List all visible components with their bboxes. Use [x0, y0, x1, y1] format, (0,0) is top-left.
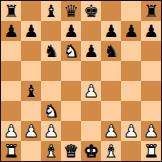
piece-white-rook: ♜	[1, 141, 21, 161]
chess-board-wrapper: ♜♝♛♚♜♟♟♟♟♟♟♞♞♟♞♝♟♞♟♟♟♟♟♟♜♝♛♚♝♜	[0, 0, 162, 162]
piece-black-pawn: ♟	[101, 21, 121, 41]
square-h6[interactable]	[141, 41, 161, 61]
square-h8[interactable]: ♜	[141, 1, 161, 21]
square-f4[interactable]	[101, 81, 121, 101]
piece-white-pawn: ♟	[21, 121, 41, 141]
piece-black-rook: ♜	[1, 1, 21, 21]
square-a7[interactable]: ♟	[1, 21, 21, 41]
piece-black-pawn: ♟	[81, 41, 101, 61]
square-e3[interactable]	[81, 101, 101, 121]
piece-white-queen: ♛	[61, 141, 81, 161]
piece-white-pawn: ♟	[81, 81, 101, 101]
square-h3[interactable]	[141, 101, 161, 121]
square-g6[interactable]	[121, 41, 141, 61]
square-f7[interactable]: ♟	[101, 21, 121, 41]
piece-black-pawn: ♟	[1, 21, 21, 41]
square-e7[interactable]	[81, 21, 101, 41]
square-a3[interactable]	[1, 101, 21, 121]
square-d8[interactable]: ♛	[61, 1, 81, 21]
square-f1[interactable]: ♝	[101, 141, 121, 161]
square-c8[interactable]: ♝	[41, 1, 61, 21]
piece-white-knight: ♞	[41, 101, 61, 121]
square-f5[interactable]	[101, 61, 121, 81]
square-a1[interactable]: ♜	[1, 141, 21, 161]
square-d6[interactable]: ♞	[61, 41, 81, 61]
piece-white-king: ♚	[81, 141, 101, 161]
square-a4[interactable]	[1, 81, 21, 101]
square-c1[interactable]: ♝	[41, 141, 61, 161]
square-h5[interactable]	[141, 61, 161, 81]
square-h2[interactable]: ♟	[141, 121, 161, 141]
square-h1[interactable]: ♜	[141, 141, 161, 161]
piece-black-rook: ♜	[141, 1, 161, 21]
square-g1[interactable]	[121, 141, 141, 161]
square-g7[interactable]: ♟	[121, 21, 141, 41]
piece-black-bishop: ♝	[41, 1, 61, 21]
square-d1[interactable]: ♛	[61, 141, 81, 161]
square-b7[interactable]: ♟	[21, 21, 41, 41]
piece-black-pawn: ♟	[121, 21, 141, 41]
square-a8[interactable]: ♜	[1, 1, 21, 21]
square-e1[interactable]: ♚	[81, 141, 101, 161]
piece-white-pawn: ♟	[121, 121, 141, 141]
square-e6[interactable]: ♟	[81, 41, 101, 61]
square-g2[interactable]: ♟	[121, 121, 141, 141]
piece-white-rook: ♜	[141, 141, 161, 161]
square-h4[interactable]	[141, 81, 161, 101]
piece-white-pawn: ♟	[41, 121, 61, 141]
chess-board: ♜♝♛♚♜♟♟♟♟♟♟♞♞♟♞♝♟♞♟♟♟♟♟♟♜♝♛♚♝♜	[0, 0, 162, 162]
square-e8[interactable]: ♚	[81, 1, 101, 21]
square-d5[interactable]	[61, 61, 81, 81]
piece-black-knight: ♞	[101, 41, 121, 61]
piece-white-pawn: ♟	[1, 121, 21, 141]
piece-black-pawn: ♟	[21, 21, 41, 41]
square-g8[interactable]	[121, 1, 141, 21]
square-d4[interactable]	[61, 81, 81, 101]
piece-black-queen: ♛	[61, 1, 81, 21]
square-b4[interactable]: ♝	[21, 81, 41, 101]
square-b5[interactable]	[21, 61, 41, 81]
piece-black-king: ♚	[81, 1, 101, 21]
square-b3[interactable]	[21, 101, 41, 121]
square-a2[interactable]: ♟	[1, 121, 21, 141]
square-d2[interactable]	[61, 121, 81, 141]
piece-black-pawn: ♟	[141, 21, 161, 41]
square-e4[interactable]: ♟	[81, 81, 101, 101]
piece-black-knight: ♞	[41, 41, 61, 61]
square-d7[interactable]: ♟	[61, 21, 81, 41]
square-a6[interactable]	[1, 41, 21, 61]
square-f6[interactable]: ♞	[101, 41, 121, 61]
piece-white-pawn: ♟	[141, 121, 161, 141]
square-a5[interactable]	[1, 61, 21, 81]
piece-white-bishop: ♝	[101, 141, 121, 161]
square-g3[interactable]	[121, 101, 141, 121]
square-c3[interactable]: ♞	[41, 101, 61, 121]
piece-black-bishop: ♝	[21, 81, 41, 101]
square-f3[interactable]	[101, 101, 121, 121]
square-c5[interactable]	[41, 61, 61, 81]
square-b6[interactable]	[21, 41, 41, 61]
piece-white-bishop: ♝	[41, 141, 61, 161]
piece-white-pawn: ♟	[101, 121, 121, 141]
square-g5[interactable]	[121, 61, 141, 81]
piece-black-pawn: ♟	[61, 21, 81, 41]
square-e5[interactable]	[81, 61, 101, 81]
square-d3[interactable]	[61, 101, 81, 121]
square-g4[interactable]	[121, 81, 141, 101]
square-h7[interactable]: ♟	[141, 21, 161, 41]
square-f2[interactable]: ♟	[101, 121, 121, 141]
square-b1[interactable]	[21, 141, 41, 161]
square-c7[interactable]	[41, 21, 61, 41]
square-e2[interactable]	[81, 121, 101, 141]
piece-white-knight: ♞	[61, 41, 81, 61]
square-f8[interactable]	[101, 1, 121, 21]
square-b2[interactable]: ♟	[21, 121, 41, 141]
square-c6[interactable]: ♞	[41, 41, 61, 61]
square-c4[interactable]	[41, 81, 61, 101]
square-b8[interactable]	[21, 1, 41, 21]
square-c2[interactable]: ♟	[41, 121, 61, 141]
